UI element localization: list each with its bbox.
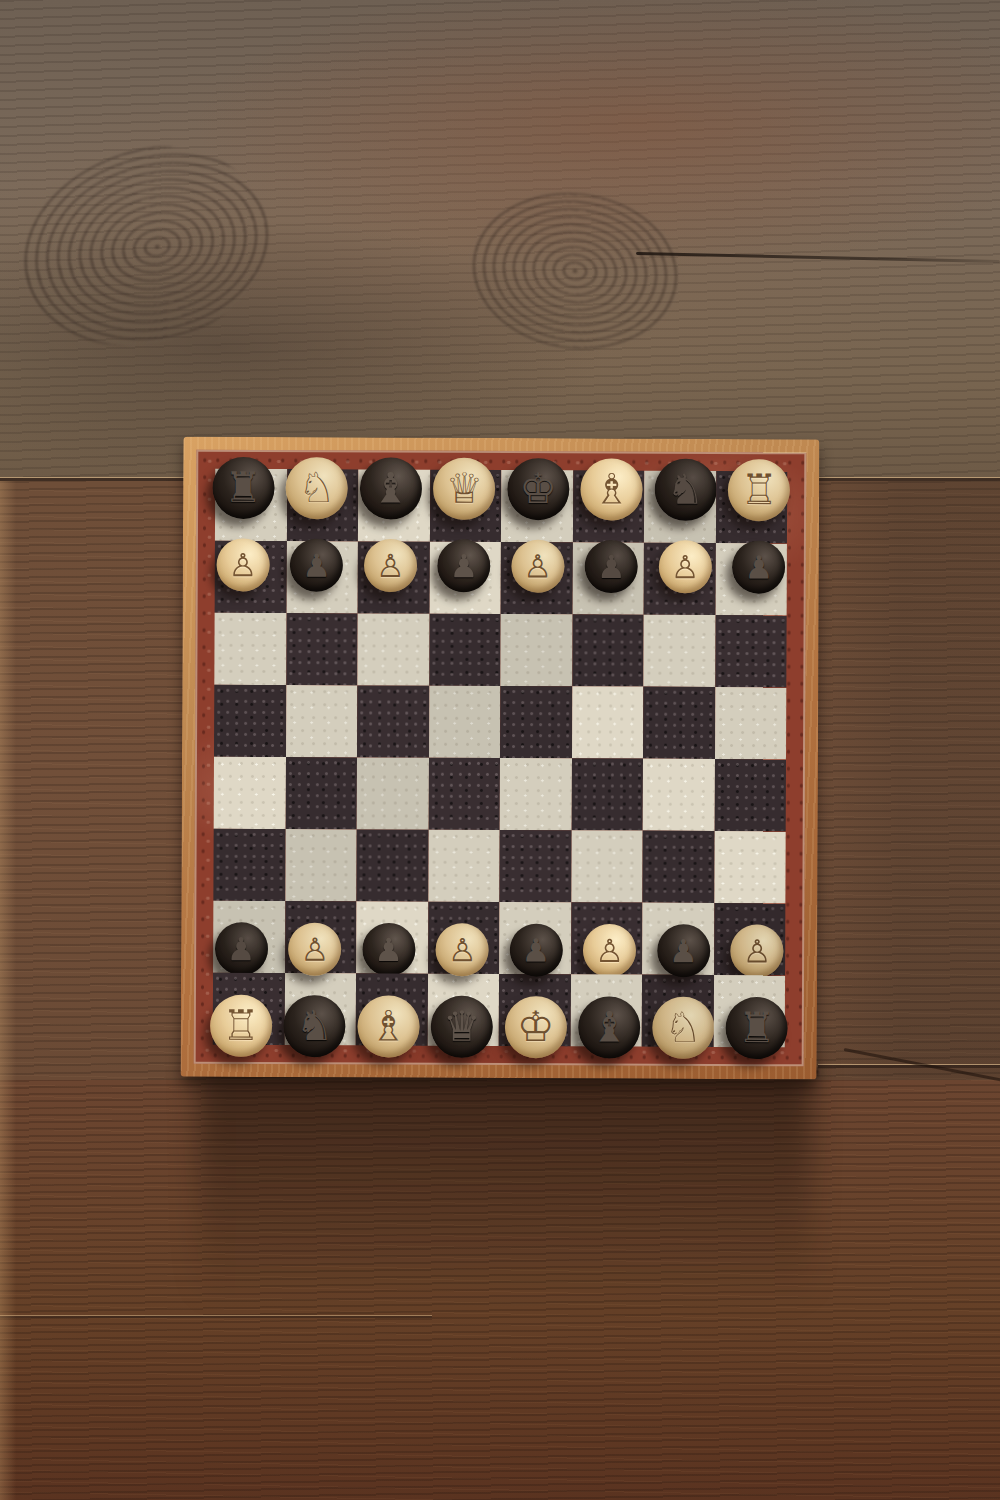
square-g5[interactable]	[643, 687, 715, 759]
square-a7[interactable]: ♙	[215, 541, 287, 613]
square-f6[interactable]	[572, 614, 644, 686]
chess-grid: ♜♘♝♕♚♗♞♖♙♟♙♟♙♟♙♟♟♙♟♙♟♙♟♙♖♞♗♛♔♝♘♜	[213, 469, 788, 1047]
white-knight-glyph: ♘	[298, 467, 336, 509]
square-f5[interactable]	[571, 686, 643, 758]
square-a3[interactable]	[213, 829, 285, 901]
square-c3[interactable]	[356, 829, 428, 901]
square-e4[interactable]	[500, 758, 572, 830]
black-king-glyph: ♚	[519, 468, 557, 510]
piece-black-pawn[interactable]: ♟	[585, 540, 638, 593]
square-c2[interactable]: ♟	[356, 901, 428, 973]
square-b2[interactable]: ♙	[285, 901, 357, 973]
square-e5[interactable]	[500, 686, 572, 758]
square-g1[interactable]: ♘	[642, 975, 714, 1047]
black-pawn-glyph: ♟	[522, 934, 551, 966]
white-king-glyph: ♔	[517, 1006, 555, 1048]
square-d1[interactable]: ♛	[427, 974, 499, 1046]
square-a1[interactable]: ♖	[213, 973, 285, 1045]
piece-black-pawn[interactable]: ♟	[362, 923, 415, 976]
black-queen-glyph: ♛	[443, 1006, 481, 1048]
square-b5[interactable]	[286, 685, 358, 757]
piece-white-pawn[interactable]: ♙	[288, 923, 341, 976]
white-pawn-glyph: ♙	[743, 935, 772, 967]
piece-white-knight[interactable]: ♘	[652, 997, 714, 1059]
piece-white-pawn[interactable]: ♙	[730, 925, 783, 978]
piece-black-pawn[interactable]: ♟	[215, 922, 268, 975]
square-a6[interactable]	[214, 613, 286, 685]
square-d8[interactable]: ♕	[429, 470, 501, 542]
square-c6[interactable]	[357, 613, 429, 685]
piece-white-pawn[interactable]: ♙	[658, 540, 711, 593]
square-f1[interactable]: ♝	[570, 974, 642, 1046]
square-f4[interactable]	[571, 758, 643, 830]
square-f3[interactable]	[571, 830, 643, 902]
square-e1[interactable]: ♔	[499, 974, 571, 1046]
square-b8[interactable]: ♘	[286, 469, 358, 541]
white-rook-glyph: ♖	[740, 469, 778, 511]
white-pawn-glyph: ♙	[228, 549, 257, 581]
black-pawn-glyph: ♟	[302, 549, 331, 581]
square-d5[interactable]	[429, 686, 501, 758]
black-pawn-glyph: ♟	[597, 550, 626, 582]
white-queen-glyph: ♕	[445, 468, 483, 510]
white-pawn-glyph: ♙	[376, 549, 405, 581]
square-h2[interactable]: ♙	[714, 903, 786, 975]
piece-black-king[interactable]: ♚	[507, 458, 569, 520]
square-c7[interactable]: ♙	[358, 541, 430, 613]
piece-white-pawn[interactable]: ♙	[364, 539, 417, 592]
square-b6[interactable]	[286, 613, 358, 685]
square-a8[interactable]: ♜	[215, 469, 287, 541]
white-bishop-glyph: ♗	[593, 468, 631, 510]
square-g2[interactable]: ♟	[642, 903, 714, 975]
square-h4[interactable]	[714, 759, 786, 831]
square-e2[interactable]: ♟	[499, 902, 571, 974]
square-h7[interactable]: ♟	[715, 543, 787, 615]
square-e6[interactable]	[500, 614, 572, 686]
square-e8[interactable]: ♚	[501, 470, 573, 542]
black-pawn-glyph: ♟	[374, 933, 403, 965]
square-d7[interactable]: ♟	[429, 542, 501, 614]
piece-black-rook[interactable]: ♜	[726, 997, 788, 1059]
square-h5[interactable]	[714, 687, 786, 759]
wood-knot	[0, 120, 290, 371]
white-pawn-glyph: ♙	[301, 933, 330, 965]
square-h3[interactable]	[714, 831, 786, 903]
square-f7[interactable]: ♟	[572, 542, 644, 614]
square-d4[interactable]	[428, 758, 500, 830]
square-b7[interactable]: ♟	[286, 541, 358, 613]
square-d3[interactable]	[428, 830, 500, 902]
white-pawn-glyph: ♙	[595, 934, 624, 966]
white-bishop-glyph: ♗	[369, 1005, 407, 1047]
square-f2[interactable]: ♙	[571, 902, 643, 974]
square-g7[interactable]: ♙	[644, 543, 716, 615]
square-e7[interactable]: ♙	[501, 542, 573, 614]
piece-black-pawn[interactable]: ♟	[657, 924, 710, 977]
square-a2[interactable]: ♟	[213, 901, 285, 973]
piece-black-rook[interactable]: ♜	[212, 457, 274, 519]
piece-black-queen[interactable]: ♛	[431, 996, 493, 1058]
square-b1[interactable]: ♞	[284, 973, 356, 1045]
square-b3[interactable]	[285, 829, 357, 901]
square-c8[interactable]: ♝	[358, 469, 430, 541]
black-rook-glyph: ♜	[738, 1007, 776, 1049]
square-f8[interactable]: ♗	[572, 470, 644, 542]
square-h1[interactable]: ♜	[713, 975, 785, 1047]
black-rook-glyph: ♜	[224, 467, 262, 509]
white-pawn-glyph: ♙	[448, 934, 477, 966]
square-a4[interactable]	[214, 757, 286, 829]
piece-white-knight[interactable]: ♘	[286, 457, 348, 519]
wood-knot	[459, 178, 691, 365]
square-c5[interactable]	[357, 685, 429, 757]
white-pawn-glyph: ♙	[523, 550, 552, 582]
square-h6[interactable]	[715, 615, 787, 687]
white-knight-glyph: ♘	[664, 1007, 702, 1049]
piece-white-pawn[interactable]: ♙	[436, 923, 489, 976]
piece-white-rook[interactable]: ♖	[728, 459, 790, 521]
chess-board: ♜♘♝♕♚♗♞♖♙♟♙♟♙♟♙♟♟♙♟♙♟♙♟♙♖♞♗♛♔♝♘♜	[181, 437, 820, 1080]
square-c4[interactable]	[357, 757, 429, 829]
square-d2[interactable]: ♙	[428, 902, 500, 974]
square-g3[interactable]	[642, 831, 714, 903]
piece-black-pawn[interactable]: ♟	[290, 539, 343, 592]
wood-crack	[636, 252, 1000, 263]
square-c1[interactable]: ♗	[356, 973, 428, 1045]
square-e3[interactable]	[499, 830, 571, 902]
photo-chessboard-on-wood-table: { "game": "chess", "position": { "fen": …	[0, 0, 1000, 1500]
piece-black-pawn[interactable]: ♟	[732, 541, 785, 594]
square-h8[interactable]: ♖	[715, 471, 787, 543]
board-shadow	[198, 1066, 812, 1346]
piece-black-knight[interactable]: ♞	[283, 995, 345, 1057]
piece-black-pawn[interactable]: ♟	[437, 539, 490, 592]
piece-black-knight[interactable]: ♞	[654, 459, 716, 521]
square-b4[interactable]	[285, 757, 357, 829]
piece-white-bishop[interactable]: ♗	[581, 458, 643, 520]
square-g6[interactable]	[643, 615, 715, 687]
square-g8[interactable]: ♞	[644, 471, 716, 543]
black-knight-glyph: ♞	[296, 1005, 334, 1047]
white-pawn-glyph: ♙	[671, 551, 700, 583]
white-rook-glyph: ♖	[222, 1005, 260, 1047]
black-pawn-glyph: ♟	[744, 551, 773, 583]
square-a5[interactable]	[214, 685, 286, 757]
square-g4[interactable]	[643, 759, 715, 831]
black-pawn-glyph: ♟	[450, 550, 479, 582]
piece-white-pawn[interactable]: ♙	[511, 540, 564, 593]
piece-black-bishop[interactable]: ♝	[359, 457, 421, 519]
piece-white-pawn[interactable]: ♙	[583, 924, 636, 977]
plank-seam	[818, 1064, 1000, 1068]
plank-edge-highlight	[0, 481, 16, 1500]
piece-white-bishop[interactable]: ♗	[357, 995, 419, 1057]
square-d6[interactable]	[429, 614, 501, 686]
black-bishop-glyph: ♝	[372, 467, 410, 509]
piece-black-bishop[interactable]: ♝	[578, 996, 640, 1058]
piece-white-king[interactable]: ♔	[505, 996, 567, 1058]
black-bishop-glyph: ♝	[590, 1006, 628, 1048]
black-pawn-glyph: ♟	[669, 935, 698, 967]
piece-white-queen[interactable]: ♕	[433, 458, 495, 520]
piece-white-pawn[interactable]: ♙	[216, 538, 269, 591]
black-knight-glyph: ♞	[667, 469, 705, 511]
piece-white-rook[interactable]: ♖	[210, 995, 272, 1057]
piece-black-pawn[interactable]: ♟	[509, 924, 562, 977]
table-plank-top	[0, 0, 1000, 481]
black-pawn-glyph: ♟	[227, 933, 256, 965]
board-red-marble-border: ♜♘♝♕♚♗♞♖♙♟♙♟♙♟♙♟♟♙♟♙♟♙♟♙♖♞♗♛♔♝♘♜	[194, 450, 807, 1067]
